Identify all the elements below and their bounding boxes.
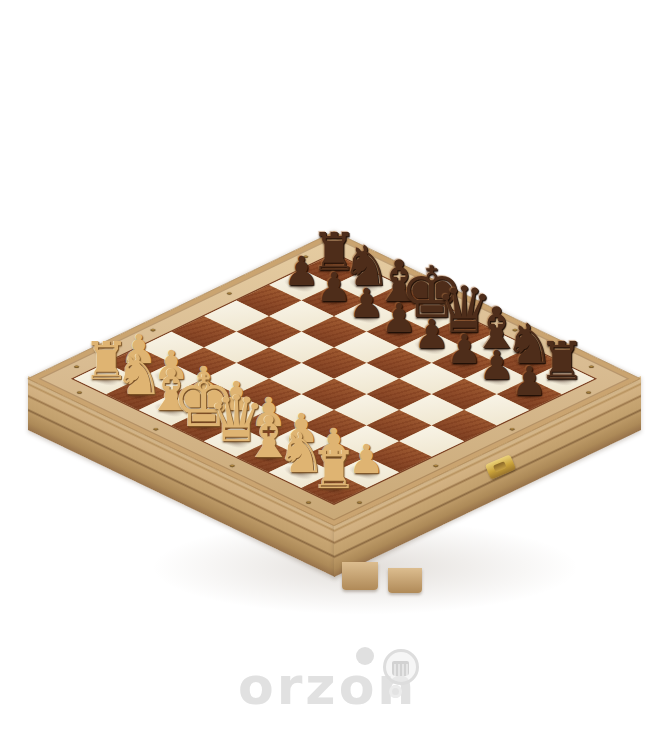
black-pawn-glyph: ♟ [511,361,547,401]
brass-screw-icon [76,391,83,394]
brass-screw-icon [432,464,439,467]
black-pawn-glyph: ♟ [414,314,450,354]
watermark-logo-circle [383,649,419,685]
black-pawn-glyph: ♟ [479,345,515,385]
brass-screw-icon [229,464,236,467]
brass-screw-icon [588,365,595,368]
chess-set-photo: ♜♞♝♚♛♝♞♜♟♟♟♟♟♟♟♟♟♟♟♟♟♟♟♟♜♞♝♚♛♝♞♜ orzon [0,0,658,750]
box-foot [342,562,378,590]
black-pawn-glyph: ♟ [446,329,482,369]
brass-screw-icon [152,428,159,431]
box-foot [388,568,422,593]
brass-screw-icon [509,428,516,431]
brass-screw-icon [585,391,592,394]
black-pawn-glyph: ♟ [381,298,417,338]
watermark-dot-icon [356,647,374,665]
brass-screw-icon [73,365,80,368]
board-frame: ♜♞♝♚♛♝♞♜♟♟♟♟♟♟♟♟♟♟♟♟♟♟♟♟♜♞♝♚♛♝♞♜ [27,231,641,526]
brass-screw-icon [226,292,233,295]
white-rook-glyph: ♜ [311,444,358,496]
watermark-small-dot-icon [389,685,402,698]
black-pawn-glyph: ♟ [284,251,320,291]
brass-screw-icon [305,501,312,504]
shopping-basket-icon [392,661,409,676]
brass-screw-icon [356,501,363,504]
board-scene: ♜♞♝♚♛♝♞♜♟♟♟♟♟♟♟♟♟♟♟♟♟♟♟♟♜♞♝♚♛♝♞♜ [29,231,640,524]
square-a1: ♜ [301,472,366,503]
black-pawn-glyph: ♟ [316,267,352,307]
watermark-text: orzon [238,660,417,712]
black-pawn-glyph: ♟ [349,283,385,323]
